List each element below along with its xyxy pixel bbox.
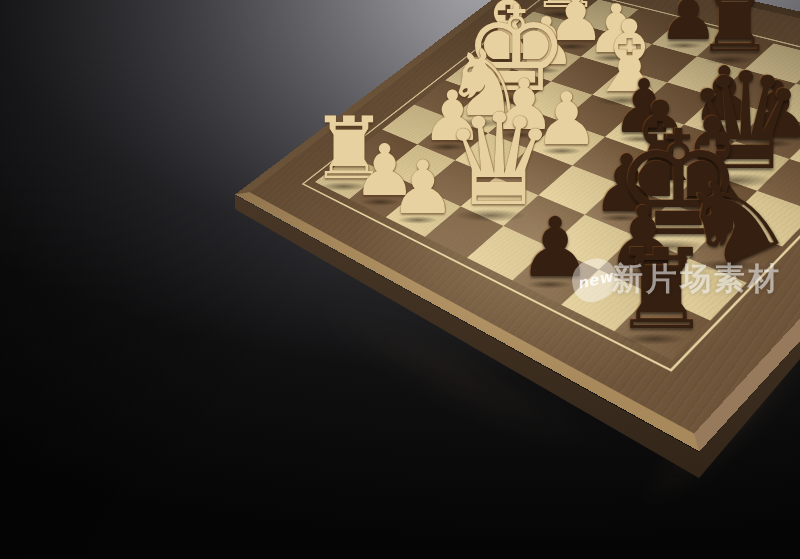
black-rook-piece[interactable]: ♜ bbox=[612, 235, 711, 346]
black-pawn-piece[interactable]: ♟ bbox=[518, 207, 592, 289]
white-pawn-icon: ♟ bbox=[390, 151, 456, 225]
white-pawn-piece[interactable]: ♟ bbox=[390, 151, 456, 225]
black-pawn-icon: ♟ bbox=[518, 207, 592, 289]
black-rook-icon: ♜ bbox=[612, 235, 711, 346]
scene-background: ♞♜♟♛♝♚♟♟♝♟♟♜♟♟♝♟♛♟♟♟♟♟♚♞♟♟♜♝♜ new 新片场素材 bbox=[0, 0, 800, 559]
